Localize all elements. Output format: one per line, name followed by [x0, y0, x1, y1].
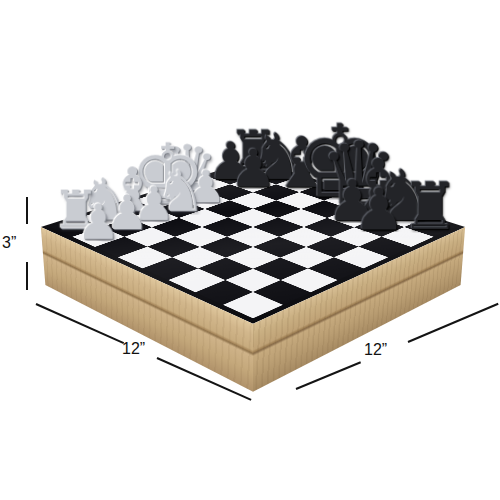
- dimension-line: [26, 262, 28, 290]
- width-left-label: 12”: [122, 340, 145, 358]
- dimension-line: [26, 197, 28, 224]
- height-label: 3”: [2, 234, 16, 252]
- product-photo: 3” 12” 12” ♜♞♟♝♟♚♛♛♟♚♝♞♝♞♟♟♞♜♟♟♜♟: [0, 0, 500, 500]
- dimension-line: [408, 303, 499, 343]
- dimension-line: [296, 361, 361, 390]
- width-right-label: 12”: [364, 341, 387, 359]
